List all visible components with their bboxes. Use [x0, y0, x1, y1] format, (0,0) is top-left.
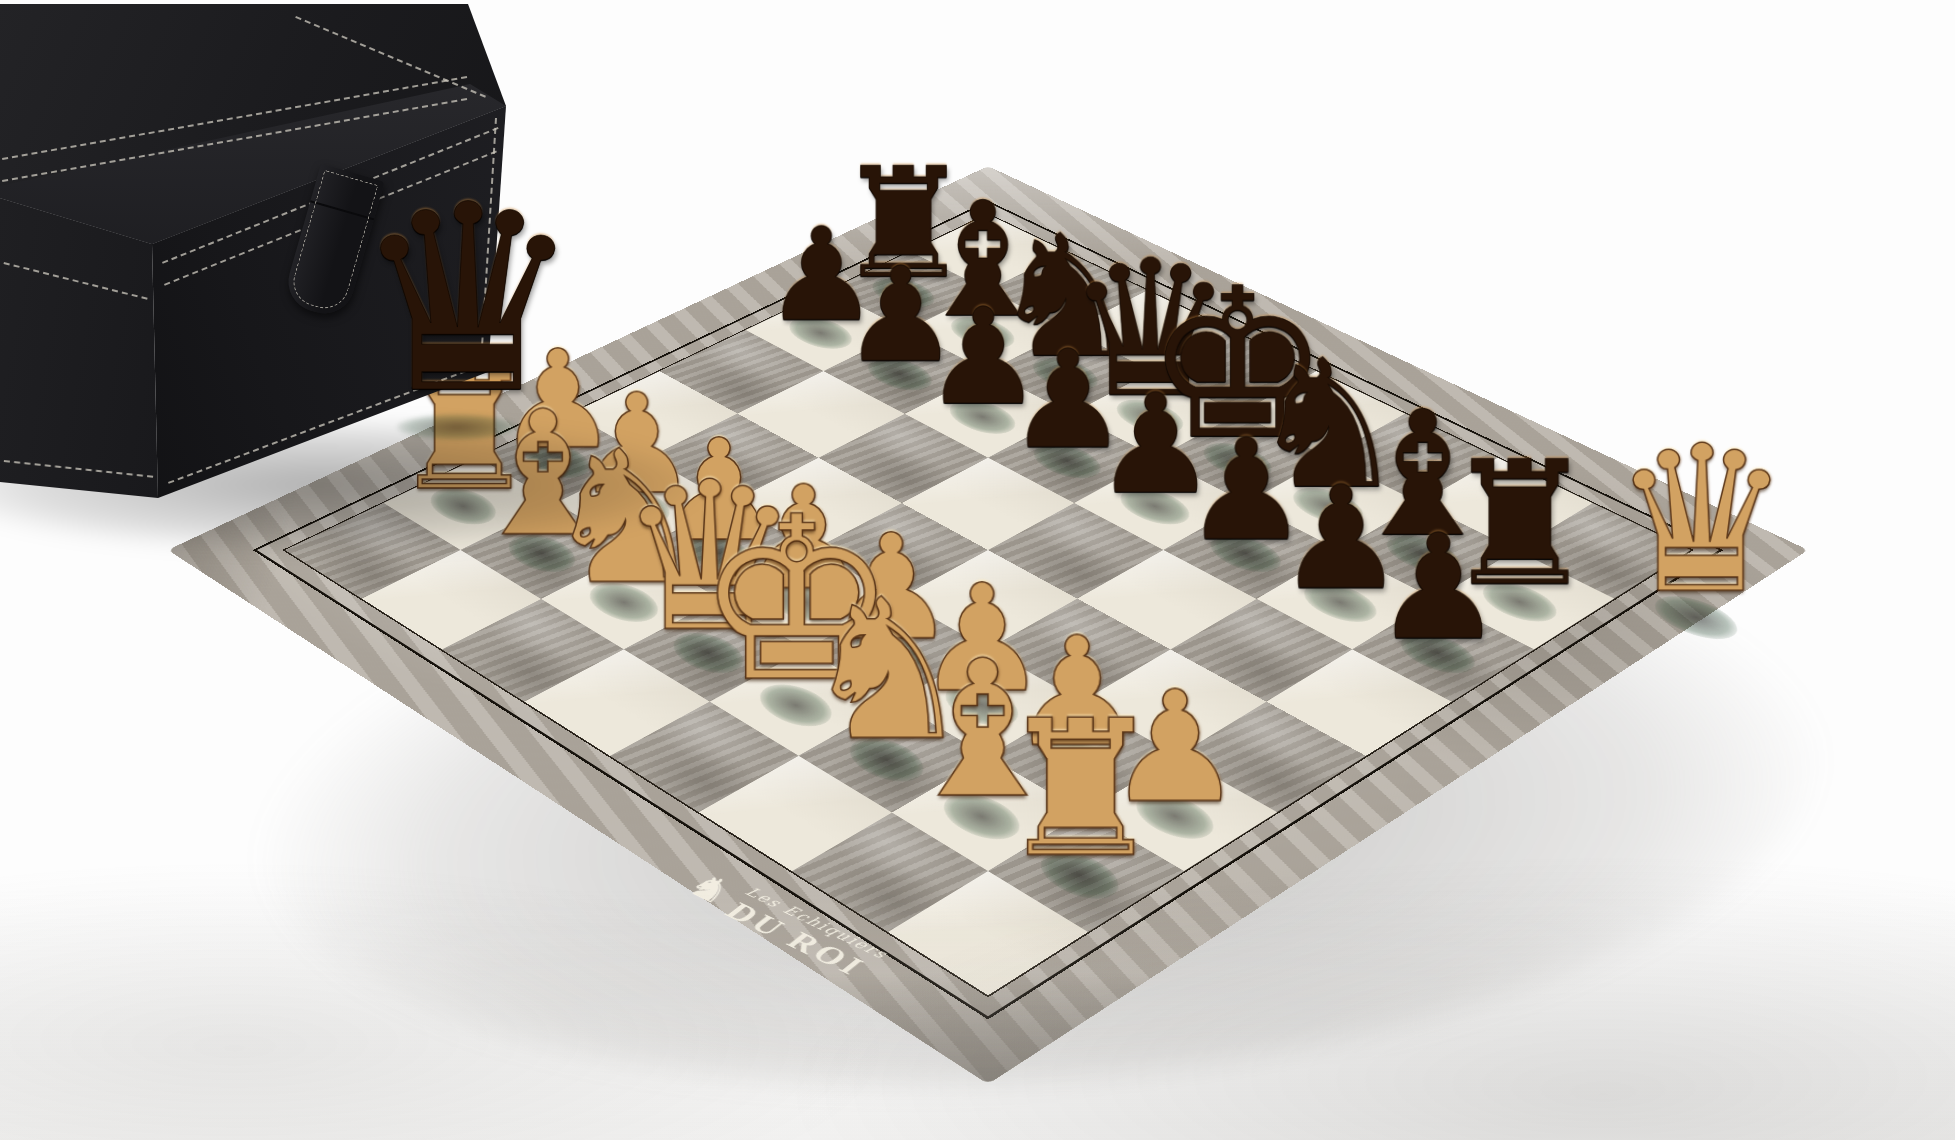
product-photo-stage: ♜♝♞♛♚♞♝♜♟♟♟♟♟♟♟♟♟♟♟♟♟♟♟♟♜♝♞♛♚♞♝♜ ♞ Les E…: [0, 0, 1955, 1140]
piece-dark-queen-extra: ♛: [352, 178, 562, 423]
piece-light-rook-h2: ♜: [935, 695, 1226, 883]
piece-felt-shadow: [397, 414, 517, 440]
piece-dark-pawn-h6: ♟: [1303, 515, 1573, 660]
extra-dark-queen-area: ♛: [352, 178, 562, 423]
piece-light-queen-extra: ♛: [1568, 419, 1834, 622]
